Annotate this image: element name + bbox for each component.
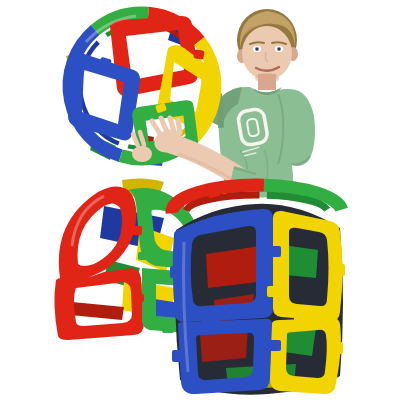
cylinder-tab-blue-1 xyxy=(267,246,281,257)
cylinder-tab-yellow-1 xyxy=(267,286,281,297)
photo-canvas xyxy=(0,0,405,402)
dome-red-back-bar xyxy=(70,302,124,320)
boy-chin-shadow xyxy=(255,73,279,83)
cylinder-tab-blue-left xyxy=(170,266,180,278)
ball-tab-red xyxy=(193,49,204,59)
cylinder-tab-blue-3 xyxy=(202,314,220,325)
boy-pupil-left xyxy=(256,48,258,50)
dome-tab-red-2 xyxy=(134,294,144,302)
cylinder-tab-blue-2 xyxy=(267,340,281,351)
boy-head xyxy=(237,9,298,90)
cylinder-structure xyxy=(168,182,348,402)
dome-tab-green xyxy=(138,252,147,260)
boy-hand-left xyxy=(132,146,152,162)
cylinder-tab-blue-left-2 xyxy=(172,350,182,362)
cylinder-tab-yellow-right-2 xyxy=(333,342,343,354)
boy-fingers-right xyxy=(152,118,180,134)
boy-pupil-right xyxy=(278,48,280,50)
cylinder-tab-yellow-2 xyxy=(294,312,312,322)
boy-fingers-left xyxy=(133,132,144,146)
cylinder-tab-yellow-right xyxy=(335,264,345,276)
dome-tab-red xyxy=(132,226,142,235)
